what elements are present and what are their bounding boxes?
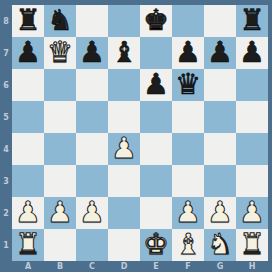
piece-white-pawn[interactable]: ♟ <box>239 196 265 228</box>
square-h3[interactable] <box>236 165 268 197</box>
piece-white-rook[interactable]: ♜ <box>15 228 41 260</box>
square-a1[interactable]: ♜ <box>12 229 44 261</box>
piece-black-rook[interactable]: ♜ <box>15 4 41 36</box>
square-b4[interactable] <box>44 133 76 165</box>
piece-white-bishop[interactable]: ♝ <box>175 228 201 260</box>
piece-black-king[interactable]: ♚ <box>143 4 169 36</box>
square-f7[interactable]: ♟ <box>172 37 204 69</box>
square-e4[interactable] <box>140 133 172 165</box>
board-frame: 87654321 ♜♞♚♜♟♛♟♝♟♟♟♟♛♟♟♟♟♟♟♟♜♚♝♞♜ ABCDE… <box>0 0 272 272</box>
square-f8[interactable] <box>172 5 204 37</box>
square-f3[interactable] <box>172 165 204 197</box>
square-h4[interactable] <box>236 133 268 165</box>
piece-black-queen[interactable]: ♛ <box>175 68 201 100</box>
rank-label-4: 4 <box>0 133 12 165</box>
square-g3[interactable] <box>204 165 236 197</box>
file-label-a: A <box>12 261 44 272</box>
square-h2[interactable]: ♟ <box>236 197 268 229</box>
rank-label-6: 6 <box>0 69 12 101</box>
square-c3[interactable] <box>76 165 108 197</box>
square-a6[interactable] <box>12 69 44 101</box>
square-h5[interactable] <box>236 101 268 133</box>
piece-black-rook[interactable]: ♜ <box>239 4 265 36</box>
file-label-c: C <box>76 261 108 272</box>
piece-black-pawn[interactable]: ♟ <box>175 36 201 68</box>
square-b6[interactable] <box>44 69 76 101</box>
square-a5[interactable] <box>12 101 44 133</box>
square-d3[interactable] <box>108 165 140 197</box>
square-f2[interactable]: ♟ <box>172 197 204 229</box>
file-label-b: B <box>44 261 76 272</box>
square-g6[interactable] <box>204 69 236 101</box>
square-f5[interactable] <box>172 101 204 133</box>
square-d2[interactable] <box>108 197 140 229</box>
square-b5[interactable] <box>44 101 76 133</box>
file-labels: ABCDEFGH <box>12 261 268 272</box>
square-h8[interactable]: ♜ <box>236 5 268 37</box>
file-label-e: E <box>140 261 172 272</box>
square-f4[interactable] <box>172 133 204 165</box>
piece-white-pawn[interactable]: ♟ <box>79 196 105 228</box>
file-label-g: G <box>204 261 236 272</box>
piece-black-pawn[interactable]: ♟ <box>143 68 169 100</box>
piece-white-pawn[interactable]: ♟ <box>47 196 73 228</box>
file-label-d: D <box>108 261 140 272</box>
square-c2[interactable]: ♟ <box>76 197 108 229</box>
piece-black-pawn[interactable]: ♟ <box>239 36 265 68</box>
square-d8[interactable] <box>108 5 140 37</box>
square-g8[interactable] <box>204 5 236 37</box>
square-h1[interactable]: ♜ <box>236 229 268 261</box>
piece-black-knight[interactable]: ♞ <box>47 4 73 36</box>
square-b3[interactable] <box>44 165 76 197</box>
square-d7[interactable]: ♝ <box>108 37 140 69</box>
square-b8[interactable]: ♞ <box>44 5 76 37</box>
square-c6[interactable] <box>76 69 108 101</box>
piece-white-pawn[interactable]: ♟ <box>175 196 201 228</box>
file-label-h: H <box>236 261 268 272</box>
square-c4[interactable] <box>76 133 108 165</box>
square-a8[interactable]: ♜ <box>12 5 44 37</box>
square-a3[interactable] <box>12 165 44 197</box>
square-d1[interactable] <box>108 229 140 261</box>
piece-white-queen[interactable]: ♛ <box>47 36 73 68</box>
square-a7[interactable]: ♟ <box>12 37 44 69</box>
square-g1[interactable]: ♞ <box>204 229 236 261</box>
piece-black-pawn[interactable]: ♟ <box>15 36 41 68</box>
rank-label-3: 3 <box>0 165 12 197</box>
square-a4[interactable] <box>12 133 44 165</box>
square-h7[interactable]: ♟ <box>236 37 268 69</box>
rank-label-2: 2 <box>0 197 12 229</box>
square-g5[interactable] <box>204 101 236 133</box>
square-d4[interactable]: ♟ <box>108 133 140 165</box>
square-e7[interactable] <box>140 37 172 69</box>
square-b2[interactable]: ♟ <box>44 197 76 229</box>
square-h6[interactable] <box>236 69 268 101</box>
square-c5[interactable] <box>76 101 108 133</box>
square-e6[interactable]: ♟ <box>140 69 172 101</box>
square-b7[interactable]: ♛ <box>44 37 76 69</box>
piece-black-pawn[interactable]: ♟ <box>79 36 105 68</box>
square-d5[interactable] <box>108 101 140 133</box>
file-label-f: F <box>172 261 204 272</box>
square-e1[interactable]: ♚ <box>140 229 172 261</box>
chess-board[interactable]: ♜♞♚♜♟♛♟♝♟♟♟♟♛♟♟♟♟♟♟♟♜♚♝♞♜ <box>12 5 268 261</box>
piece-white-pawn[interactable]: ♟ <box>111 132 137 164</box>
square-e3[interactable] <box>140 165 172 197</box>
rank-label-5: 5 <box>0 101 12 133</box>
square-g2[interactable]: ♟ <box>204 197 236 229</box>
square-c1[interactable] <box>76 229 108 261</box>
square-d6[interactable] <box>108 69 140 101</box>
rank-labels: 87654321 <box>0 5 12 261</box>
square-b1[interactable] <box>44 229 76 261</box>
piece-black-pawn[interactable]: ♟ <box>207 36 233 68</box>
piece-white-king[interactable]: ♚ <box>143 228 169 260</box>
rank-label-1: 1 <box>0 229 12 261</box>
rank-label-8: 8 <box>0 5 12 37</box>
square-e5[interactable] <box>140 101 172 133</box>
square-e8[interactable]: ♚ <box>140 5 172 37</box>
square-a2[interactable]: ♟ <box>12 197 44 229</box>
square-c8[interactable] <box>76 5 108 37</box>
square-e2[interactable] <box>140 197 172 229</box>
piece-white-knight[interactable]: ♞ <box>207 228 233 260</box>
piece-black-bishop[interactable]: ♝ <box>111 36 137 68</box>
rank-label-7: 7 <box>0 37 12 69</box>
piece-white-pawn[interactable]: ♟ <box>15 196 41 228</box>
square-g4[interactable] <box>204 133 236 165</box>
piece-white-pawn[interactable]: ♟ <box>207 196 233 228</box>
square-c7[interactable]: ♟ <box>76 37 108 69</box>
square-f6[interactable]: ♛ <box>172 69 204 101</box>
square-f1[interactable]: ♝ <box>172 229 204 261</box>
piece-white-rook[interactable]: ♜ <box>239 228 265 260</box>
square-g7[interactable]: ♟ <box>204 37 236 69</box>
